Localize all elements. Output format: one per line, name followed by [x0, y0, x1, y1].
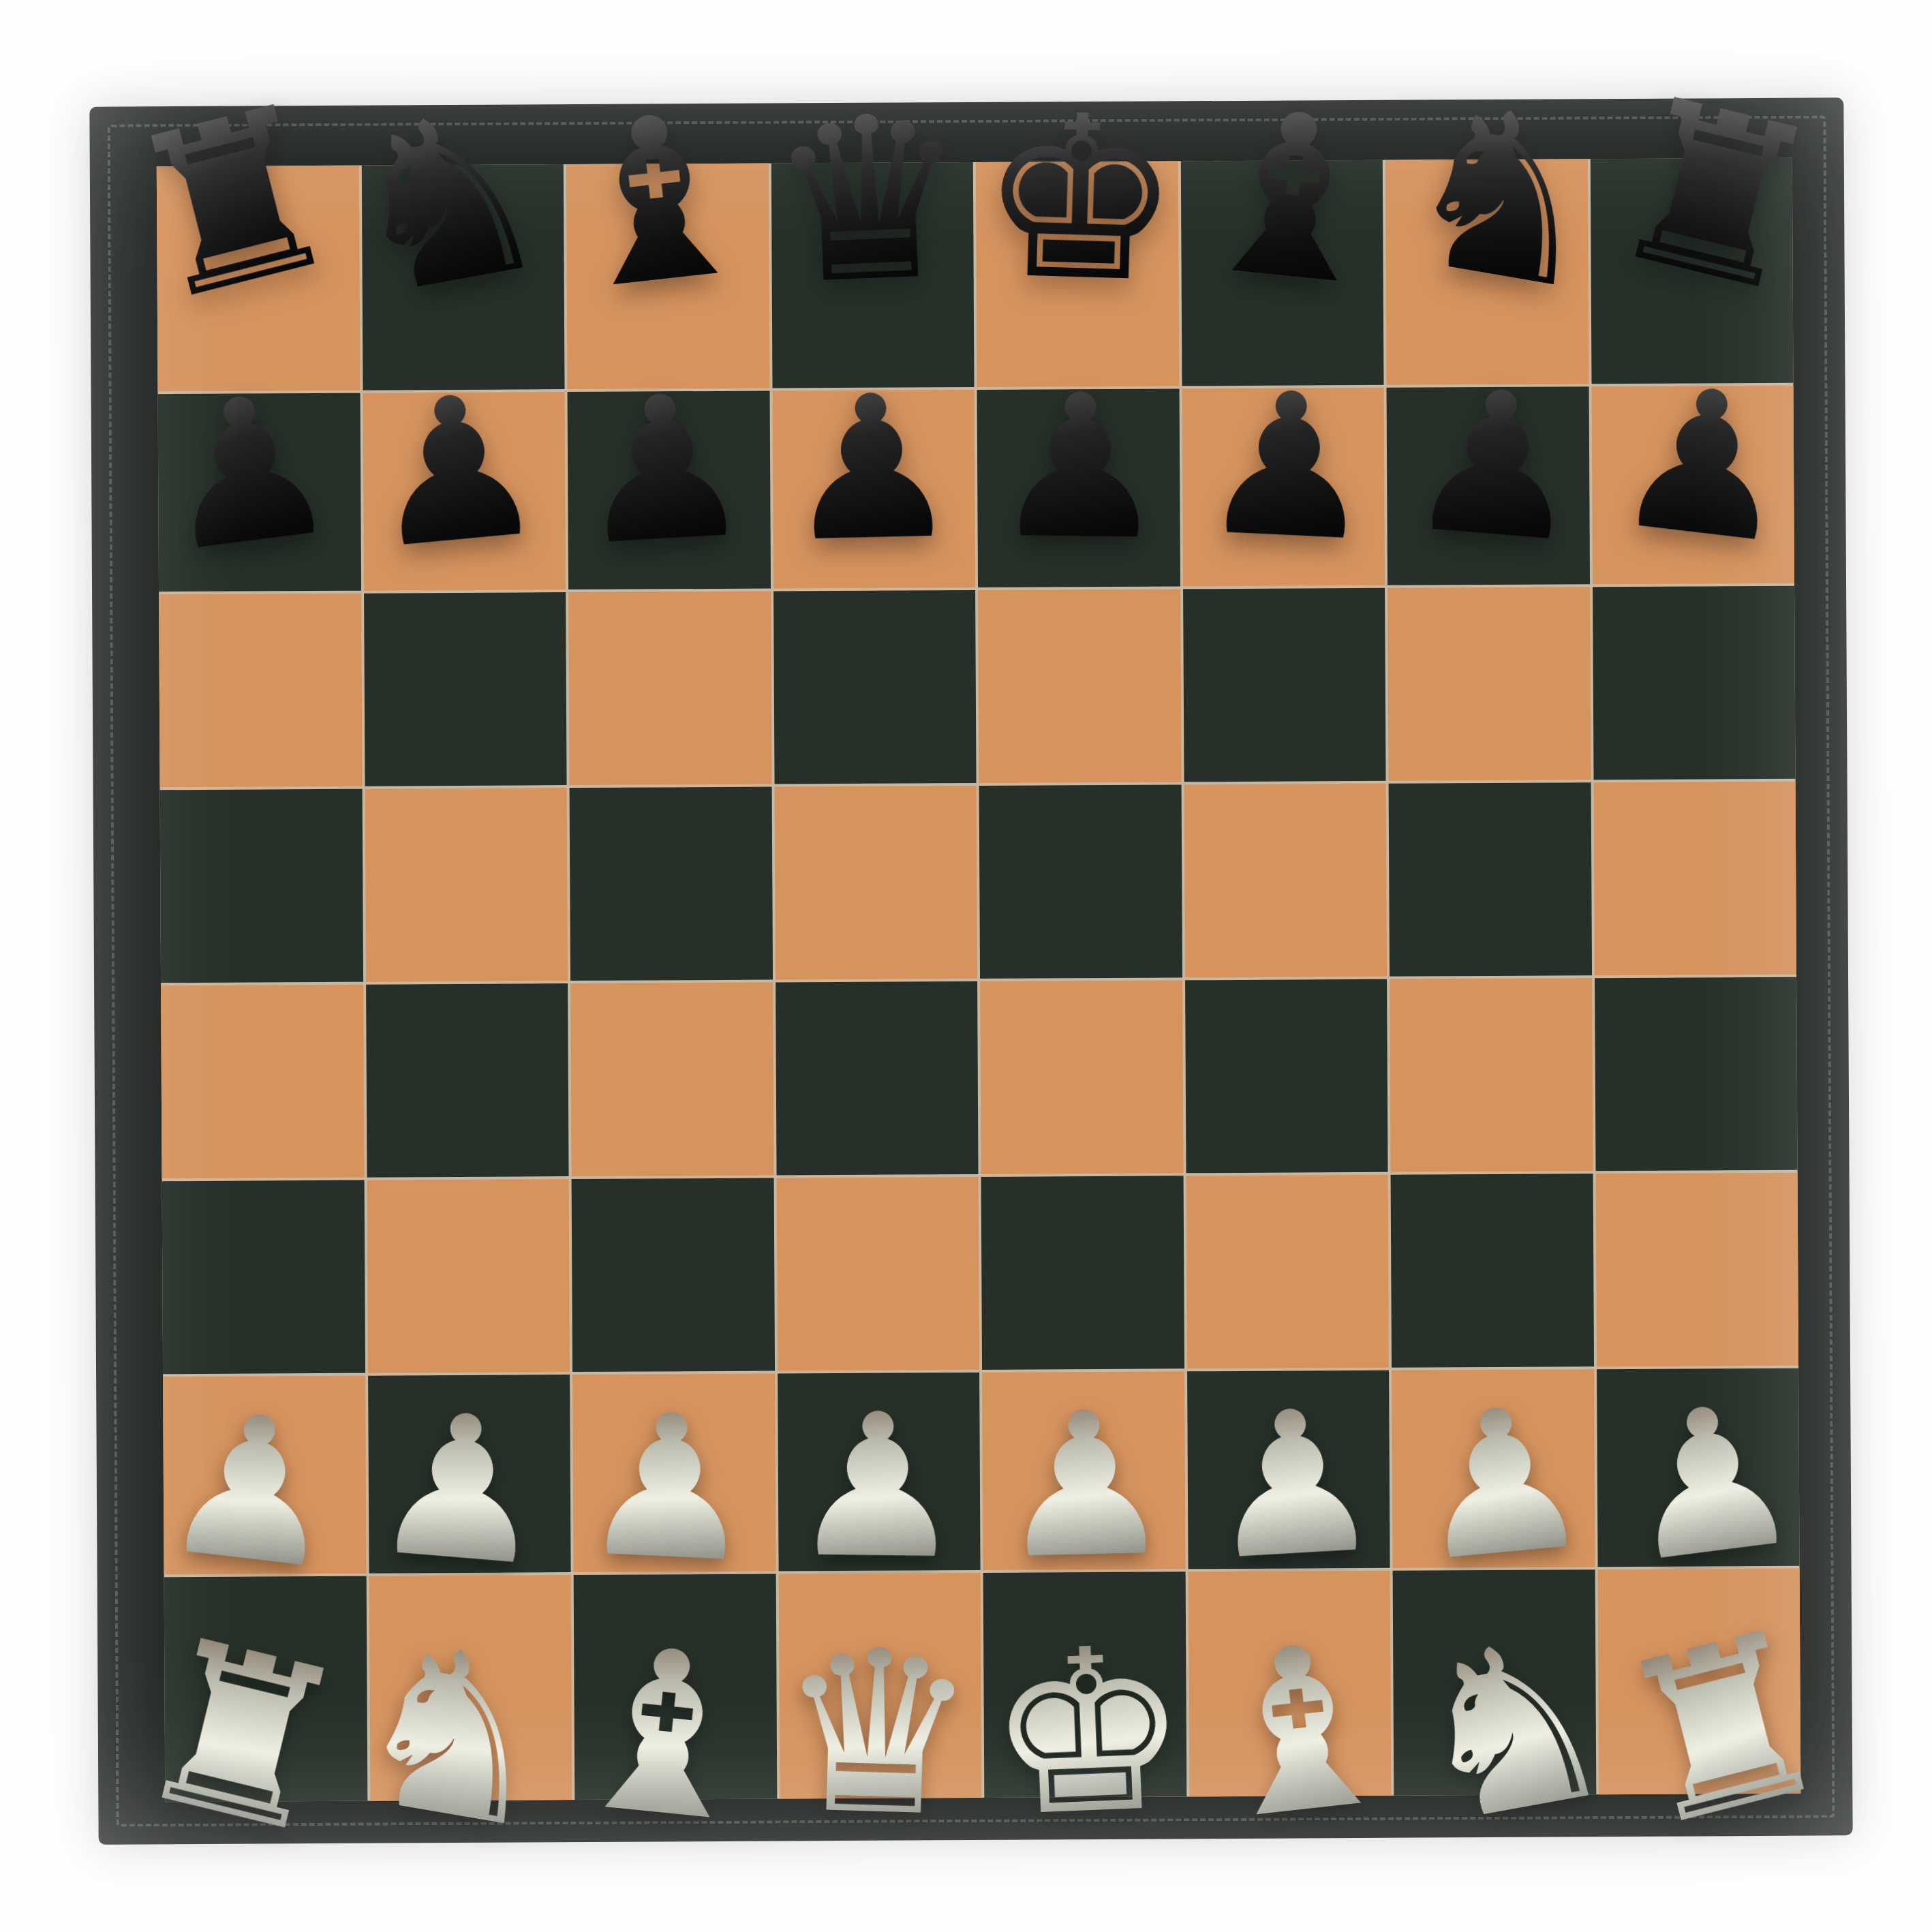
square-b1[interactable]: ♞	[369, 1575, 572, 1801]
square-d2[interactable]: ♟	[778, 1373, 981, 1571]
square-e3[interactable]	[981, 1176, 1184, 1370]
square-a5[interactable]	[160, 789, 363, 983]
square-d3[interactable]	[776, 1177, 979, 1371]
square-c4[interactable]	[570, 983, 773, 1177]
square-h2[interactable]: ♟	[1597, 1368, 1800, 1567]
piece-white-bishop-c1[interactable]: ♝	[554, 1612, 777, 1856]
square-d1[interactable]: ♛	[778, 1573, 981, 1799]
square-b2[interactable]: ♟	[368, 1375, 571, 1574]
square-h5[interactable]	[1593, 782, 1796, 976]
square-h6[interactable]	[1593, 586, 1796, 780]
piece-white-king-e1[interactable]: ♚	[983, 1616, 1194, 1849]
square-b4[interactable]	[366, 983, 569, 1178]
piece-white-knight-g1[interactable]: ♞	[1392, 1601, 1631, 1859]
piece-black-rook-a8[interactable]: ♜	[108, 70, 359, 337]
square-h4[interactable]	[1595, 977, 1798, 1171]
square-g5[interactable]	[1389, 782, 1592, 977]
piece-black-pawn-c7[interactable]: ♟	[570, 366, 758, 573]
square-a2[interactable]: ♟	[163, 1376, 366, 1575]
square-c7[interactable]: ♟	[568, 391, 771, 590]
square-f6[interactable]	[1183, 588, 1386, 782]
square-a4[interactable]	[161, 985, 364, 1179]
piece-white-queen-d1[interactable]: ♛	[773, 1618, 981, 1849]
square-f3[interactable]	[1186, 1175, 1389, 1369]
square-b3[interactable]	[367, 1179, 570, 1373]
piece-white-pawn-a2[interactable]: ♟	[153, 1381, 352, 1598]
square-a1[interactable]: ♜	[164, 1576, 367, 1803]
piece-white-pawn-e2[interactable]: ♟	[994, 1385, 1176, 1586]
square-b7[interactable]: ♟	[363, 392, 566, 591]
square-c3[interactable]	[572, 1178, 775, 1373]
chess-board: ♜♞♝♛♚♝♞♜♟♟♟♟♟♟♟♟♟♟♟♟♟♟♟♟♜♞♝♛♚♝♞♜	[89, 97, 1852, 1844]
square-g7[interactable]: ♟	[1387, 386, 1590, 585]
piece-black-king-e8[interactable]: ♚	[977, 84, 1185, 315]
square-f4[interactable]	[1185, 979, 1388, 1174]
piece-black-pawn-f7[interactable]: ♟	[1195, 364, 1381, 570]
photo-stage: ♜♞♝♛♚♝♞♜♟♟♟♟♟♟♟♟♟♟♟♟♟♟♟♟♜♞♝♛♚♝♞♜	[0, 0, 1932, 1932]
square-f2[interactable]: ♟	[1187, 1370, 1390, 1569]
square-e6[interactable]	[978, 589, 1181, 783]
square-d4[interactable]	[776, 981, 979, 1176]
square-f5[interactable]	[1184, 784, 1387, 978]
board-grid: ♜♞♝♛♚♝♞♜♟♟♟♟♟♟♟♟♟♟♟♟♟♟♟♟♜♞♝♛♚♝♞♜	[157, 158, 1801, 1803]
square-b5[interactable]	[365, 788, 568, 982]
piece-white-pawn-d2[interactable]: ♟	[787, 1387, 967, 1586]
square-g4[interactable]	[1390, 978, 1593, 1172]
square-g2[interactable]: ♟	[1392, 1369, 1595, 1568]
square-d7[interactable]: ♟	[772, 390, 975, 589]
square-d5[interactable]	[774, 786, 977, 980]
square-f1[interactable]: ♝	[1188, 1571, 1391, 1797]
piece-white-rook-a1[interactable]: ♜	[117, 1604, 367, 1870]
piece-black-bishop-f8[interactable]: ♝	[1180, 76, 1403, 320]
piece-white-pawn-g2[interactable]: ♟	[1405, 1377, 1599, 1591]
square-f7[interactable]: ♟	[1182, 388, 1385, 587]
square-e1[interactable]: ♚	[983, 1571, 1186, 1798]
square-c1[interactable]: ♝	[574, 1574, 777, 1800]
piece-black-pawn-e7[interactable]: ♟	[990, 368, 1170, 568]
piece-black-pawn-g7[interactable]: ♟	[1400, 360, 1593, 571]
square-c2[interactable]: ♟	[572, 1374, 776, 1573]
square-h3[interactable]	[1595, 1173, 1798, 1367]
square-h7[interactable]: ♟	[1591, 386, 1794, 585]
square-c6[interactable]	[568, 592, 771, 786]
square-d6[interactable]	[773, 590, 977, 784]
piece-white-pawn-f2[interactable]: ♟	[1199, 1381, 1387, 1588]
square-a3[interactable]	[162, 1180, 365, 1375]
square-a7[interactable]: ♟	[158, 393, 361, 592]
square-g3[interactable]	[1391, 1174, 1594, 1368]
piece-white-bishop-f1[interactable]: ♝	[1187, 1608, 1412, 1854]
piece-black-pawn-a7[interactable]: ♟	[147, 363, 348, 581]
square-g6[interactable]	[1387, 587, 1591, 781]
piece-black-queen-d8[interactable]: ♛	[763, 84, 974, 317]
square-g1[interactable]: ♞	[1393, 1569, 1596, 1796]
piece-white-pawn-h2[interactable]: ♟	[1610, 1373, 1811, 1592]
piece-white-pawn-c2[interactable]: ♟	[576, 1385, 762, 1591]
piece-white-pawn-b2[interactable]: ♟	[365, 1383, 557, 1595]
square-a6[interactable]	[159, 594, 362, 788]
square-b6[interactable]	[364, 592, 567, 786]
piece-white-knight-b1[interactable]: ♞	[335, 1608, 572, 1863]
piece-black-pawn-h7[interactable]: ♟	[1605, 356, 1804, 572]
square-e4[interactable]	[980, 980, 1183, 1174]
square-e2[interactable]: ♟	[982, 1371, 1185, 1570]
square-h1[interactable]: ♜	[1597, 1569, 1800, 1795]
piece-black-pawn-b7[interactable]: ♟	[358, 365, 553, 578]
square-c5[interactable]	[570, 787, 773, 981]
piece-black-rook-h8[interactable]: ♜	[1591, 63, 1840, 329]
piece-black-knight-b8[interactable]: ♞	[326, 74, 565, 331]
square-e7[interactable]: ♟	[977, 388, 1180, 587]
piece-black-bishop-c8[interactable]: ♝	[545, 78, 769, 324]
piece-black-pawn-d7[interactable]: ♟	[781, 368, 962, 570]
square-e5[interactable]	[979, 784, 1182, 979]
piece-white-rook-h1[interactable]: ♜	[1597, 1595, 1848, 1863]
piece-black-knight-g8[interactable]: ♞	[1385, 69, 1622, 324]
